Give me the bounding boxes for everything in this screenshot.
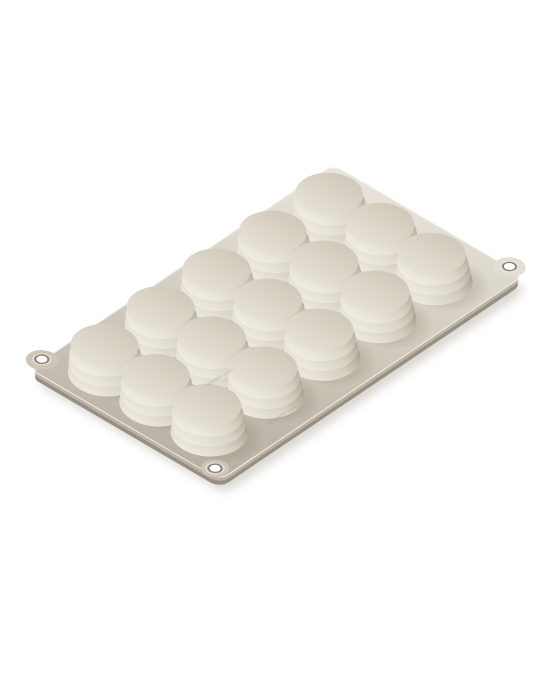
silicone-mold-photo [0,0,550,695]
photo-canvas: { "scene": { "description": "Product pho… [0,0,550,695]
tray-plane [15,150,535,482]
product-photo [0,0,550,695]
